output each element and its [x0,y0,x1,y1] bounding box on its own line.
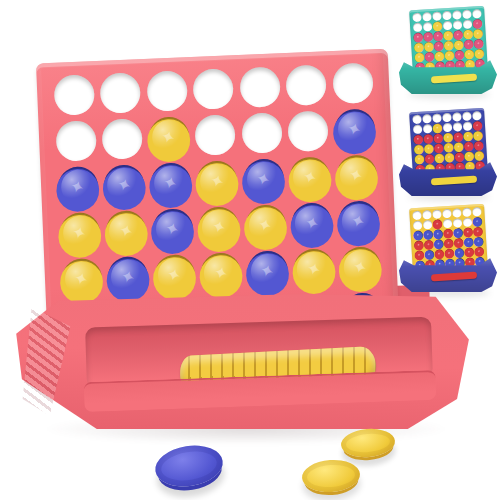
empty-slot [53,74,95,116]
empty-slot [452,208,461,217]
mini-board-blue: ●●●●●●●●●●●●●●●●●●●●●●●●●●●●●● [409,108,487,177]
slot-red-disc: ● [465,257,474,266]
empty-slot [462,208,471,217]
empty-slot [442,209,451,218]
slot-yellow-disc: ● [465,161,474,170]
empty-slot [192,68,234,110]
mini-disc-strip [431,74,477,84]
empty-slot [442,113,451,122]
mini-board-teal: ●●●●●●●●●●●●●●●●●●●●●●●●●●●●●● [409,6,487,75]
empty-slot [99,72,141,114]
product-image: ●✦●✦●✦●✦●✦●✦●✦●✦●✦●✦●✦●✦●✦●✦●✦●✦●✦●✦●✦●✦… [0,0,500,500]
variant-thumb-blue: ●●●●●●●●●●●●●●●●●●●●●●●●●●●●●● [396,104,500,204]
variant-thumb-yellow: ●●●●●●●●●●●●●●●●●●●●●●●●●●●●●● [396,200,500,300]
empty-slot [422,210,431,219]
empty-slot [452,112,461,121]
empty-slot [422,114,431,123]
mini-board-yellow: ●●●●●●●●●●●●●●●●●●●●●●●●●●●●●● [409,204,487,273]
variant-thumb-teal: ●●●●●●●●●●●●●●●●●●●●●●●●●●●●●● [396,2,500,102]
loose-disc-yellow-2 [301,458,361,494]
empty-slot [442,11,451,20]
loose-disc-blue [152,441,225,491]
empty-slot [452,10,461,19]
empty-slot [239,66,281,108]
empty-slot [285,64,327,106]
mini-disc-strip [431,176,477,186]
empty-slot [412,115,421,124]
empty-slot [422,12,431,21]
slot-yellow-disc: ● [465,59,474,68]
empty-slot [412,211,421,220]
empty-slot [462,112,471,121]
empty-slot [462,10,471,19]
empty-slot [412,13,421,22]
mini-disc-strip [431,272,477,282]
